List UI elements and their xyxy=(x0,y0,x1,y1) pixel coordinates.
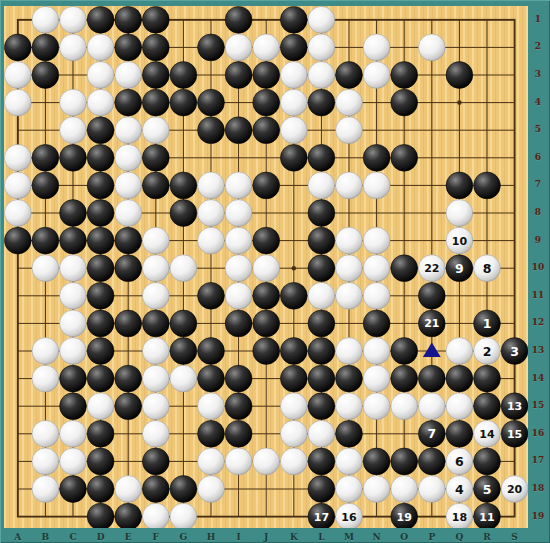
black-stone-E1[interactable] xyxy=(115,6,142,33)
move-number-6: 6 xyxy=(455,454,464,469)
white-stone-D2[interactable] xyxy=(87,34,114,61)
column-label-P: P xyxy=(422,532,442,542)
white-stone-G14[interactable] xyxy=(170,365,197,392)
white-stone-D3[interactable] xyxy=(87,62,114,89)
move-number-18: 18 xyxy=(452,511,467,524)
black-stone-L12[interactable] xyxy=(308,310,335,337)
black-stone-Q7[interactable] xyxy=(446,172,473,199)
black-stone-E12[interactable] xyxy=(115,310,142,337)
white-stone-F15[interactable] xyxy=(142,393,169,420)
black-stone-E15[interactable] xyxy=(115,393,142,420)
black-stone-D17[interactable] xyxy=(87,448,114,475)
white-stone-N15[interactable] xyxy=(363,393,390,420)
row-label-4: 4 xyxy=(529,97,547,107)
black-stone-J7[interactable] xyxy=(253,172,280,199)
white-stone-C12[interactable] xyxy=(60,310,87,337)
move-number-16: 16 xyxy=(341,511,357,524)
move-number-21: 21 xyxy=(424,317,439,330)
white-stone-I10[interactable] xyxy=(225,255,252,282)
white-stone-M9[interactable] xyxy=(336,227,363,254)
black-stone-N6[interactable] xyxy=(363,144,390,171)
black-stone-E14[interactable] xyxy=(115,365,142,392)
white-stone-K17[interactable] xyxy=(280,448,307,475)
white-stone-M15[interactable] xyxy=(336,393,363,420)
black-stone-L10[interactable] xyxy=(308,255,335,282)
white-stone-E8[interactable] xyxy=(115,200,142,227)
black-stone-D6[interactable] xyxy=(87,144,114,171)
black-stone-D12[interactable] xyxy=(87,310,114,337)
move-number-8: 8 xyxy=(483,261,492,276)
move-number-1: 1 xyxy=(483,316,492,331)
white-stone-B13[interactable] xyxy=(32,338,59,365)
black-stone-F18[interactable] xyxy=(142,476,169,503)
column-label-Q: Q xyxy=(449,532,469,542)
black-stone-E9[interactable] xyxy=(115,227,142,254)
white-stone-J10[interactable] xyxy=(253,255,280,282)
white-stone-C1[interactable] xyxy=(60,6,87,33)
black-stone-O17[interactable] xyxy=(391,448,418,475)
column-label-E: E xyxy=(118,532,138,542)
black-stone-L9[interactable] xyxy=(308,227,335,254)
black-stone-O3[interactable] xyxy=(391,62,418,89)
white-stone-B10[interactable] xyxy=(32,255,59,282)
black-stone-D10[interactable] xyxy=(87,255,114,282)
column-label-I: I xyxy=(229,532,249,542)
white-stone-P18[interactable] xyxy=(418,476,445,503)
white-stone-I8[interactable] xyxy=(225,200,252,227)
white-stone-M7[interactable] xyxy=(336,172,363,199)
black-stone-D8[interactable] xyxy=(87,200,114,227)
white-stone-F9[interactable] xyxy=(142,227,169,254)
black-stone-E4[interactable] xyxy=(115,89,142,116)
row-label-3: 3 xyxy=(529,69,547,79)
white-stone-C5[interactable] xyxy=(60,117,87,144)
white-stone-E6[interactable] xyxy=(115,144,142,171)
black-stone-H2[interactable] xyxy=(198,34,225,61)
black-stone-M3[interactable] xyxy=(336,62,363,89)
white-stone-L3[interactable] xyxy=(308,62,335,89)
white-stone-M18[interactable] xyxy=(336,476,363,503)
black-stone-G7[interactable] xyxy=(170,172,197,199)
move-number-10: 10 xyxy=(452,235,468,248)
black-stone-L6[interactable] xyxy=(308,144,335,171)
black-stone-Q14[interactable] xyxy=(446,365,473,392)
white-stone-H9[interactable] xyxy=(198,227,225,254)
white-stone-B14[interactable] xyxy=(32,365,59,392)
column-label-S: S xyxy=(505,532,525,542)
row-label-15: 15 xyxy=(529,400,547,410)
black-stone-C15[interactable] xyxy=(60,393,87,420)
white-stone-P15[interactable] xyxy=(418,393,445,420)
white-stone-Q8[interactable] xyxy=(446,200,473,227)
white-stone-C4[interactable] xyxy=(60,89,87,116)
black-stone-B7[interactable] xyxy=(32,172,59,199)
column-label-O: O xyxy=(394,532,414,542)
black-stone-L17[interactable] xyxy=(308,448,335,475)
column-label-J: J xyxy=(256,532,276,542)
black-stone-H5[interactable] xyxy=(198,117,225,144)
black-stone-J3[interactable] xyxy=(253,62,280,89)
black-stone-C9[interactable] xyxy=(60,227,87,254)
white-stone-C17[interactable] xyxy=(60,448,87,475)
black-stone-M14[interactable] xyxy=(336,365,363,392)
white-stone-C10[interactable] xyxy=(60,255,87,282)
white-stone-K5[interactable] xyxy=(280,117,307,144)
move-number-3: 3 xyxy=(510,344,519,359)
black-stone-Q3[interactable] xyxy=(446,62,473,89)
move-number-14: 14 xyxy=(479,428,495,441)
row-label-12: 12 xyxy=(529,317,547,327)
row-label-18: 18 xyxy=(529,483,547,493)
black-stone-F17[interactable] xyxy=(142,448,169,475)
white-stone-K16[interactable] xyxy=(280,420,307,447)
black-stone-L15[interactable] xyxy=(308,393,335,420)
black-stone-A2[interactable] xyxy=(4,34,31,61)
column-label-M: M xyxy=(339,532,359,542)
black-stone-O10[interactable] xyxy=(391,255,418,282)
row-label-10: 10 xyxy=(529,262,547,272)
move-number-22: 22 xyxy=(424,262,439,275)
white-stone-N10[interactable] xyxy=(363,255,390,282)
black-stone-G3[interactable] xyxy=(170,62,197,89)
row-label-8: 8 xyxy=(529,207,547,217)
white-stone-B17[interactable] xyxy=(32,448,59,475)
white-stone-L2[interactable] xyxy=(308,34,335,61)
column-label-F: F xyxy=(146,532,166,542)
move-number-9: 9 xyxy=(455,261,464,276)
black-stone-H13[interactable] xyxy=(198,338,225,365)
move-number-15: 15 xyxy=(507,428,522,441)
white-stone-J2[interactable] xyxy=(253,34,280,61)
column-label-H: H xyxy=(201,532,221,542)
white-stone-G19[interactable] xyxy=(170,503,197,528)
row-label-13: 13 xyxy=(529,345,547,355)
white-stone-F10[interactable] xyxy=(142,255,169,282)
black-stone-I5[interactable] xyxy=(225,117,252,144)
move-number-13: 13 xyxy=(507,400,522,413)
black-stone-G4[interactable] xyxy=(170,89,197,116)
white-stone-N3[interactable] xyxy=(363,62,390,89)
board-grid[interactable]: 102298211231371415645201716191811 xyxy=(4,6,528,528)
black-stone-G12[interactable] xyxy=(170,310,197,337)
black-stone-H4[interactable] xyxy=(198,89,225,116)
white-stone-Q15[interactable] xyxy=(446,393,473,420)
row-label-16: 16 xyxy=(529,428,547,438)
white-stone-F13[interactable] xyxy=(142,338,169,365)
black-stone-B9[interactable] xyxy=(32,227,59,254)
black-stone-F1[interactable] xyxy=(142,6,169,33)
column-label-N: N xyxy=(367,532,387,542)
white-stone-D4[interactable] xyxy=(87,89,114,116)
white-stone-C2[interactable] xyxy=(60,34,87,61)
row-label-19: 19 xyxy=(529,511,547,521)
white-stone-K3[interactable] xyxy=(280,62,307,89)
column-label-K: K xyxy=(284,532,304,542)
black-stone-P11[interactable] xyxy=(418,282,445,309)
black-stone-K13[interactable] xyxy=(280,338,307,365)
row-label-6: 6 xyxy=(529,152,547,162)
black-stone-R7[interactable] xyxy=(474,172,501,199)
black-stone-D18[interactable] xyxy=(87,476,114,503)
black-stone-L13[interactable] xyxy=(308,338,335,365)
black-stone-H11[interactable] xyxy=(198,282,225,309)
black-stone-D11[interactable] xyxy=(87,282,114,309)
black-stone-D13[interactable] xyxy=(87,338,114,365)
black-stone-M16[interactable] xyxy=(336,420,363,447)
move-number-19: 19 xyxy=(397,511,412,524)
white-stone-N11[interactable] xyxy=(363,282,390,309)
white-stone-I2[interactable] xyxy=(225,34,252,61)
black-stone-P17[interactable] xyxy=(418,448,445,475)
white-stone-I17[interactable] xyxy=(225,448,252,475)
white-stone-C13[interactable] xyxy=(60,338,87,365)
white-stone-I9[interactable] xyxy=(225,227,252,254)
black-stone-E2[interactable] xyxy=(115,34,142,61)
white-stone-Q13[interactable] xyxy=(446,338,473,365)
row-label-14: 14 xyxy=(529,373,547,383)
black-stone-B3[interactable] xyxy=(32,62,59,89)
white-stone-F11[interactable] xyxy=(142,282,169,309)
black-stone-R17[interactable] xyxy=(474,448,501,475)
black-stone-D7[interactable] xyxy=(87,172,114,199)
row-label-5: 5 xyxy=(529,124,547,134)
row-label-1: 1 xyxy=(529,14,547,24)
black-stone-O14[interactable] xyxy=(391,365,418,392)
black-stone-I16[interactable] xyxy=(225,420,252,447)
black-stone-J5[interactable] xyxy=(253,117,280,144)
black-stone-J13[interactable] xyxy=(253,338,280,365)
black-stone-Q16[interactable] xyxy=(446,420,473,447)
black-stone-I15[interactable] xyxy=(225,393,252,420)
move-number-2: 2 xyxy=(483,344,492,359)
white-stone-E3[interactable] xyxy=(115,62,142,89)
white-stone-H15[interactable] xyxy=(198,393,225,420)
black-stone-D14[interactable] xyxy=(87,365,114,392)
white-stone-L11[interactable] xyxy=(308,282,335,309)
move-number-17: 17 xyxy=(314,511,329,524)
white-stone-L1[interactable] xyxy=(308,6,335,33)
column-label-G: G xyxy=(173,532,193,542)
black-stone-I3[interactable] xyxy=(225,62,252,89)
row-label-9: 9 xyxy=(529,235,547,245)
white-stone-N14[interactable] xyxy=(363,365,390,392)
white-stone-E18[interactable] xyxy=(115,476,142,503)
black-stone-J9[interactable] xyxy=(253,227,280,254)
white-stone-O18[interactable] xyxy=(391,476,418,503)
white-stone-M10[interactable] xyxy=(336,255,363,282)
black-stone-F6[interactable] xyxy=(142,144,169,171)
white-stone-H8[interactable] xyxy=(198,200,225,227)
move-number-5: 5 xyxy=(483,482,492,497)
black-stone-D1[interactable] xyxy=(87,6,114,33)
white-stone-E7[interactable] xyxy=(115,172,142,199)
white-stone-B1[interactable] xyxy=(32,6,59,33)
white-stone-E5[interactable] xyxy=(115,117,142,144)
move-number-20: 20 xyxy=(507,483,523,496)
black-stone-A9[interactable] xyxy=(4,227,31,254)
white-stone-J17[interactable] xyxy=(253,448,280,475)
white-stone-M17[interactable] xyxy=(336,448,363,475)
black-stone-E19[interactable] xyxy=(115,503,142,528)
black-stone-I12[interactable] xyxy=(225,310,252,337)
black-stone-H16[interactable] xyxy=(198,420,225,447)
black-stone-L8[interactable] xyxy=(308,200,335,227)
move-number-7: 7 xyxy=(427,426,436,441)
black-stone-D9[interactable] xyxy=(87,227,114,254)
black-stone-K11[interactable] xyxy=(280,282,307,309)
black-stone-G18[interactable] xyxy=(170,476,197,503)
white-stone-B18[interactable] xyxy=(32,476,59,503)
row-label-17: 17 xyxy=(529,455,547,465)
black-stone-R14[interactable] xyxy=(474,365,501,392)
black-stone-L4[interactable] xyxy=(308,89,335,116)
black-stone-F3[interactable] xyxy=(142,62,169,89)
white-stone-N9[interactable] xyxy=(363,227,390,254)
white-stone-N18[interactable] xyxy=(363,476,390,503)
black-stone-K6[interactable] xyxy=(280,144,307,171)
white-stone-N13[interactable] xyxy=(363,338,390,365)
black-stone-I14[interactable] xyxy=(225,365,252,392)
white-stone-H18[interactable] xyxy=(198,476,225,503)
black-stone-O13[interactable] xyxy=(391,338,418,365)
white-stone-A3[interactable] xyxy=(4,62,31,89)
black-stone-D19[interactable] xyxy=(87,503,114,528)
white-stone-B16[interactable] xyxy=(32,420,59,447)
white-stone-F19[interactable] xyxy=(142,503,169,528)
white-stone-A6[interactable] xyxy=(4,144,31,171)
black-stone-F12[interactable] xyxy=(142,310,169,337)
black-stone-J11[interactable] xyxy=(253,282,280,309)
white-stone-F14[interactable] xyxy=(142,365,169,392)
black-stone-C14[interactable] xyxy=(60,365,87,392)
go-diagram-window: 102298211231371415645201716191811 ABCDEF… xyxy=(0,0,550,543)
white-stone-M11[interactable] xyxy=(336,282,363,309)
black-stone-K2[interactable] xyxy=(280,34,307,61)
black-stone-F4[interactable] xyxy=(142,89,169,116)
white-stone-L7[interactable] xyxy=(308,172,335,199)
column-label-R: R xyxy=(477,532,497,542)
white-stone-K4[interactable] xyxy=(280,89,307,116)
white-stone-H7[interactable] xyxy=(198,172,225,199)
white-stone-K15[interactable] xyxy=(280,393,307,420)
black-stone-B2[interactable] xyxy=(32,34,59,61)
black-stone-L14[interactable] xyxy=(308,365,335,392)
move-number-11: 11 xyxy=(479,511,494,524)
column-label-A: A xyxy=(8,532,28,542)
black-stone-G8[interactable] xyxy=(170,200,197,227)
black-stone-B6[interactable] xyxy=(32,144,59,171)
black-stone-O6[interactable] xyxy=(391,144,418,171)
white-stone-F5[interactable] xyxy=(142,117,169,144)
black-stone-F7[interactable] xyxy=(142,172,169,199)
white-stone-I11[interactable] xyxy=(225,282,252,309)
move-number-4: 4 xyxy=(455,482,464,497)
black-stone-R15[interactable] xyxy=(474,393,501,420)
white-stone-F16[interactable] xyxy=(142,420,169,447)
white-stone-C11[interactable] xyxy=(60,282,87,309)
white-stone-P2[interactable] xyxy=(418,34,445,61)
black-stone-G13[interactable] xyxy=(170,338,197,365)
star-point xyxy=(292,266,297,271)
black-stone-D16[interactable] xyxy=(87,420,114,447)
black-stone-J12[interactable] xyxy=(253,310,280,337)
black-stone-O4[interactable] xyxy=(391,89,418,116)
white-stone-H17[interactable] xyxy=(198,448,225,475)
column-label-L: L xyxy=(311,532,331,542)
white-stone-M4[interactable] xyxy=(336,89,363,116)
row-label-7: 7 xyxy=(529,179,547,189)
white-stone-A4[interactable] xyxy=(4,89,31,116)
star-point xyxy=(457,100,462,105)
white-stone-M5[interactable] xyxy=(336,117,363,144)
black-stone-K14[interactable] xyxy=(280,365,307,392)
black-stone-P14[interactable] xyxy=(418,365,445,392)
black-stone-F2[interactable] xyxy=(142,34,169,61)
white-stone-N7[interactable] xyxy=(363,172,390,199)
black-stone-L18[interactable] xyxy=(308,476,335,503)
white-stone-N2[interactable] xyxy=(363,34,390,61)
triangle-marker xyxy=(423,343,441,358)
white-stone-M13[interactable] xyxy=(336,338,363,365)
row-label-2: 2 xyxy=(529,41,547,51)
white-stone-O15[interactable] xyxy=(391,393,418,420)
white-stone-A8[interactable] xyxy=(4,200,31,227)
column-label-B: B xyxy=(35,532,55,542)
black-stone-N17[interactable] xyxy=(363,448,390,475)
black-stone-J4[interactable] xyxy=(253,89,280,116)
row-label-11: 11 xyxy=(529,290,547,300)
black-stone-K1[interactable] xyxy=(280,6,307,33)
column-label-C: C xyxy=(63,532,83,542)
white-stone-L16[interactable] xyxy=(308,420,335,447)
white-stone-D15[interactable] xyxy=(87,393,114,420)
go-board[interactable]: 102298211231371415645201716191811 xyxy=(4,6,528,528)
black-stone-C18[interactable] xyxy=(60,476,87,503)
black-stone-C6[interactable] xyxy=(60,144,87,171)
column-label-D: D xyxy=(91,532,111,542)
black-stone-I1[interactable] xyxy=(225,6,252,33)
black-stone-H14[interactable] xyxy=(198,365,225,392)
white-stone-C16[interactable] xyxy=(60,420,87,447)
black-stone-D5[interactable] xyxy=(87,117,114,144)
white-stone-I7[interactable] xyxy=(225,172,252,199)
black-stone-N12[interactable] xyxy=(363,310,390,337)
black-stone-C8[interactable] xyxy=(60,200,87,227)
white-stone-G10[interactable] xyxy=(170,255,197,282)
black-stone-E10[interactable] xyxy=(115,255,142,282)
white-stone-A7[interactable] xyxy=(4,172,31,199)
